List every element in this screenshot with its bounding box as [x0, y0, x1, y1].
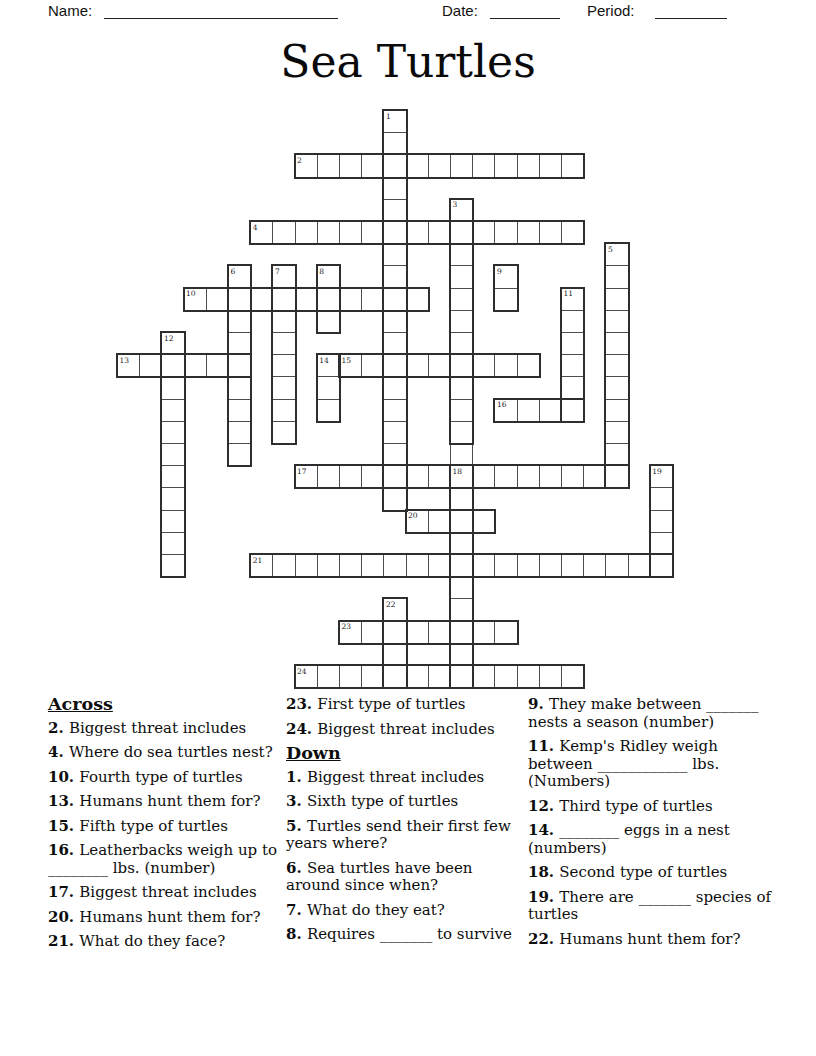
grid-cell[interactable] — [517, 354, 540, 377]
grid-cell[interactable] — [428, 665, 451, 688]
grid-cell[interactable] — [228, 399, 251, 422]
grid-cell[interactable] — [228, 443, 251, 466]
grid-cell[interactable] — [295, 665, 318, 688]
grid-cell[interactable] — [317, 288, 340, 311]
grid-cell[interactable] — [272, 376, 295, 399]
grid-cell[interactable] — [561, 221, 584, 244]
grid-cell[interactable] — [383, 598, 406, 621]
grid-cell[interactable] — [450, 199, 473, 222]
grid-cell[interactable] — [361, 354, 384, 377]
grid-cell[interactable] — [561, 554, 584, 577]
clue-item: 7. What do they eat? — [286, 902, 524, 920]
crossword-grid: 123456789101112131415161718192021222324 — [117, 110, 674, 689]
grid-cell[interactable] — [383, 376, 406, 399]
grid-cell[interactable] — [383, 221, 406, 244]
grid-cell[interactable] — [339, 621, 362, 644]
date-label: Date: — [442, 2, 478, 19]
period-blank-line — [655, 1, 727, 19]
period-label: Period: — [587, 2, 635, 19]
clue-item: 23. First type of turtles — [286, 696, 524, 714]
grid-cell[interactable] — [450, 399, 473, 422]
grid-cell[interactable] — [272, 554, 295, 577]
grid-cell[interactable] — [494, 221, 517, 244]
grid-cell[interactable] — [472, 665, 495, 688]
grid-cell[interactable] — [361, 621, 384, 644]
grid-cell[interactable] — [406, 154, 429, 177]
grid-cell[interactable] — [517, 154, 540, 177]
grid-cell[interactable] — [450, 421, 473, 444]
clue-item: 1. Biggest threat includes — [286, 769, 524, 787]
clue-item: 24. Biggest threat includes — [286, 721, 524, 739]
grid-cell[interactable] — [383, 554, 406, 577]
grid-cell[interactable] — [539, 399, 562, 422]
grid-cell[interactable] — [161, 376, 184, 399]
grid-cell[interactable] — [517, 554, 540, 577]
grid-cell[interactable] — [317, 265, 340, 288]
grid-cell[interactable] — [317, 376, 340, 399]
grid-cell[interactable] — [161, 510, 184, 533]
page-title: Sea Turtles — [0, 36, 816, 87]
grid-cell[interactable] — [450, 487, 473, 510]
grid-cell[interactable] — [361, 465, 384, 488]
grid-cell[interactable] — [494, 554, 517, 577]
grid-cell[interactable] — [428, 621, 451, 644]
grid-cell[interactable] — [383, 243, 406, 266]
grid-cell[interactable] — [605, 465, 628, 488]
grid-cell[interactable] — [339, 354, 362, 377]
grid-cell[interactable] — [472, 465, 495, 488]
clue-column-2: 23. First type of turtles24. Biggest thr… — [286, 696, 524, 951]
grid-cell[interactable] — [383, 265, 406, 288]
grid-cell[interactable] — [295, 554, 318, 577]
grid-cell[interactable] — [317, 154, 340, 177]
grid-cell[interactable] — [450, 576, 473, 599]
grid-cell[interactable] — [383, 132, 406, 155]
grid-cell[interactable] — [161, 532, 184, 555]
clue-item: 15. Fifth type of turtles — [48, 818, 280, 836]
grid-cell[interactable] — [450, 598, 473, 621]
grid-cell[interactable] — [428, 354, 451, 377]
grid-cell[interactable] — [539, 154, 562, 177]
down-header: Down — [286, 745, 524, 763]
grid-cell[interactable] — [605, 399, 628, 422]
grid-cell[interactable] — [272, 288, 295, 311]
grid-cell[interactable] — [339, 288, 362, 311]
grid-cell[interactable] — [561, 332, 584, 355]
grid-cell[interactable] — [383, 110, 406, 133]
grid-cell[interactable] — [472, 554, 495, 577]
grid-cell[interactable] — [228, 421, 251, 444]
grid-cell[interactable] — [605, 332, 628, 355]
grid-cell[interactable] — [317, 354, 340, 377]
grid-cell[interactable] — [472, 510, 495, 533]
grid-cell[interactable] — [383, 465, 406, 488]
grid-cell[interactable] — [361, 154, 384, 177]
grid-cell[interactable] — [650, 554, 673, 577]
grid-cell[interactable] — [450, 154, 473, 177]
clue-item: 10. Fourth type of turtles — [48, 769, 280, 787]
grid-cell[interactable] — [228, 265, 251, 288]
grid-cell[interactable] — [228, 288, 251, 311]
grid-cell[interactable] — [494, 265, 517, 288]
clue-item: 13. Humans hunt them for? — [48, 793, 280, 811]
grid-cell[interactable] — [605, 421, 628, 444]
name-label: Name: — [48, 2, 92, 19]
grid-cell[interactable] — [650, 487, 673, 510]
grid-cell[interactable] — [406, 465, 429, 488]
grid-cell[interactable] — [450, 310, 473, 333]
grid-cell[interactable] — [406, 554, 429, 577]
clue-item: 12. Third type of turtles — [528, 798, 772, 816]
grid-cell[interactable] — [539, 554, 562, 577]
grid-cell[interactable] — [605, 265, 628, 288]
grid-cell[interactable] — [272, 265, 295, 288]
grid-cell[interactable] — [228, 376, 251, 399]
grid-cell[interactable] — [184, 288, 207, 311]
grid-cell[interactable] — [139, 354, 162, 377]
clue-item: 17. Biggest threat includes — [48, 884, 280, 902]
grid-cell[interactable] — [605, 310, 628, 333]
grid-cell[interactable] — [650, 532, 673, 555]
grid-cell[interactable] — [383, 487, 406, 510]
grid-cell[interactable] — [494, 665, 517, 688]
clue-item: 8. Requires _______ to survive — [286, 926, 524, 944]
grid-cell[interactable] — [361, 288, 384, 311]
grid-cell[interactable] — [317, 665, 340, 688]
grid-cell[interactable] — [450, 221, 473, 244]
grid-cell[interactable] — [339, 221, 362, 244]
grid-cell[interactable] — [450, 643, 473, 666]
grid-cell[interactable] — [206, 288, 229, 311]
grid-cell[interactable] — [406, 288, 429, 311]
grid-cell[interactable] — [339, 554, 362, 577]
grid-cell[interactable] — [317, 310, 340, 333]
grid-cell[interactable] — [295, 154, 318, 177]
grid-cell[interactable] — [383, 177, 406, 200]
grid-cell[interactable] — [383, 399, 406, 422]
grid-cell[interactable] — [383, 154, 406, 177]
clue-item: 21. What do they face? — [48, 933, 280, 951]
grid-cell[interactable] — [517, 465, 540, 488]
grid-cell[interactable] — [206, 354, 229, 377]
grid-cell[interactable] — [361, 221, 384, 244]
grid-cell[interactable] — [406, 510, 429, 533]
grid-cell[interactable] — [583, 554, 606, 577]
grid-cell[interactable] — [250, 554, 273, 577]
grid-cell[interactable] — [250, 221, 273, 244]
grid-cell[interactable] — [272, 310, 295, 333]
grid-cell[interactable] — [383, 288, 406, 311]
grid-cell[interactable] — [161, 487, 184, 510]
grid-cell[interactable] — [450, 332, 473, 355]
grid-cell[interactable] — [428, 554, 451, 577]
grid-cell[interactable] — [450, 354, 473, 377]
grid-cell[interactable] — [605, 376, 628, 399]
grid-cell[interactable] — [450, 243, 473, 266]
grid-cell[interactable] — [317, 465, 340, 488]
grid-cell[interactable] — [450, 554, 473, 577]
grid-cell[interactable] — [383, 621, 406, 644]
grid-cell[interactable] — [561, 154, 584, 177]
grid-cell[interactable] — [450, 465, 473, 488]
grid-cell[interactable] — [228, 332, 251, 355]
grid-cell[interactable] — [406, 354, 429, 377]
grid-cell[interactable] — [383, 310, 406, 333]
grid-cell[interactable] — [561, 376, 584, 399]
grid-cell[interactable] — [472, 154, 495, 177]
grid-cell[interactable] — [472, 221, 495, 244]
grid-cell[interactable] — [161, 421, 184, 444]
grid-cell[interactable] — [295, 465, 318, 488]
grid-cell[interactable] — [383, 332, 406, 355]
grid-cell[interactable] — [494, 465, 517, 488]
clue-item: 20. Humans hunt them for? — [48, 909, 280, 927]
grid-cell[interactable] — [494, 154, 517, 177]
grid-cell[interactable] — [450, 443, 473, 466]
grid-cell[interactable] — [317, 221, 340, 244]
grid-cell[interactable] — [428, 465, 451, 488]
grid-cell[interactable] — [450, 510, 473, 533]
grid-cell[interactable] — [272, 221, 295, 244]
grid-cell[interactable] — [583, 465, 606, 488]
grid-cell[interactable] — [561, 399, 584, 422]
clue-item: 6. Sea turtles have been around since wh… — [286, 860, 524, 895]
grid-cell[interactable] — [561, 465, 584, 488]
grid-cell[interactable] — [472, 354, 495, 377]
grid-cell[interactable] — [450, 532, 473, 555]
grid-cell[interactable] — [317, 399, 340, 422]
grid-cell[interactable] — [406, 665, 429, 688]
grid-cell[interactable] — [450, 265, 473, 288]
date-blank-line — [490, 1, 560, 19]
grid-cell[interactable] — [339, 665, 362, 688]
grid-cell[interactable] — [161, 554, 184, 577]
grid-cell[interactable] — [494, 354, 517, 377]
grid-cell[interactable] — [539, 665, 562, 688]
worksheet-page: Name: Date: Period: Sea Turtles 12345678… — [0, 0, 816, 1056]
grid-cell[interactable] — [650, 510, 673, 533]
grid-cell[interactable] — [383, 665, 406, 688]
grid-cell[interactable] — [406, 621, 429, 644]
grid-cell[interactable] — [383, 643, 406, 666]
grid-cell[interactable] — [161, 332, 184, 355]
grid-cell[interactable] — [339, 154, 362, 177]
grid-cell[interactable] — [161, 354, 184, 377]
clue-item: 22. Humans hunt them for? — [528, 931, 772, 949]
grid-cell[interactable] — [561, 310, 584, 333]
clue-item: 16. Leatherbacks weigh up to ________ lb… — [48, 842, 280, 877]
across-header: Across — [48, 696, 280, 714]
grid-cell[interactable] — [628, 554, 651, 577]
grid-cell[interactable] — [295, 288, 318, 311]
grid-cell[interactable] — [561, 665, 584, 688]
grid-cell[interactable] — [605, 554, 628, 577]
grid-cell[interactable] — [494, 288, 517, 311]
grid-cell[interactable] — [383, 199, 406, 222]
grid-cell[interactable] — [339, 465, 362, 488]
grid-cell[interactable] — [383, 421, 406, 444]
grid-cell[interactable] — [117, 354, 140, 377]
grid-cell[interactable] — [383, 354, 406, 377]
clue-column-3: 9. They make between _______ nests a sea… — [528, 696, 772, 955]
clue-column-1: Across2. Biggest threat includes4. Where… — [48, 696, 280, 958]
grid-cell[interactable] — [428, 221, 451, 244]
clue-item: 9. They make between _______ nests a sea… — [528, 696, 772, 731]
grid-cell[interactable] — [428, 510, 451, 533]
grid-cell[interactable] — [383, 443, 406, 466]
clue-item: 11. Kemp's Ridley weigh between ________… — [528, 738, 772, 791]
grid-cell[interactable] — [494, 621, 517, 644]
grid-cell[interactable] — [561, 288, 584, 311]
grid-cell[interactable] — [450, 376, 473, 399]
grid-cell[interactable] — [272, 332, 295, 355]
grid-cell[interactable] — [539, 465, 562, 488]
grid-cell[interactable] — [450, 621, 473, 644]
grid-cell[interactable] — [250, 288, 273, 311]
clue-item: 18. Second type of turtles — [528, 864, 772, 882]
grid-cell[interactable] — [161, 399, 184, 422]
grid-cell[interactable] — [517, 665, 540, 688]
grid-cell[interactable] — [228, 354, 251, 377]
grid-cell[interactable] — [272, 399, 295, 422]
grid-cell[interactable] — [228, 310, 251, 333]
grid-cell[interactable] — [517, 399, 540, 422]
clue-item: 5. Turtles send their first few years wh… — [286, 818, 524, 853]
grid-cell[interactable] — [605, 243, 628, 266]
grid-cell[interactable] — [517, 221, 540, 244]
grid-cell[interactable] — [561, 354, 584, 377]
grid-cell[interactable] — [605, 288, 628, 311]
clue-item: 2. Biggest threat includes — [48, 720, 280, 738]
grid-cell[interactable] — [161, 465, 184, 488]
clue-item: 14. ________ eggs in a nest (numbers) — [528, 822, 772, 857]
grid-cell[interactable] — [272, 421, 295, 444]
grid-cell[interactable] — [184, 354, 207, 377]
grid-cell[interactable] — [295, 221, 318, 244]
grid-cell[interactable] — [450, 288, 473, 311]
clue-item: 3. Sixth type of turtles — [286, 793, 524, 811]
grid-cell[interactable] — [605, 354, 628, 377]
clue-item: 19. There are _______ species of turtles — [528, 889, 772, 924]
grid-cell[interactable] — [317, 554, 340, 577]
grid-cell[interactable] — [361, 665, 384, 688]
grid-cell[interactable] — [406, 221, 429, 244]
grid-cell[interactable] — [161, 443, 184, 466]
grid-cell[interactable] — [361, 554, 384, 577]
name-blank-line — [104, 1, 338, 19]
grid-cell[interactable] — [605, 443, 628, 466]
grid-cell[interactable] — [450, 665, 473, 688]
grid-cell[interactable] — [428, 154, 451, 177]
clue-item: 4. Where do sea turtles nest? — [48, 744, 280, 762]
grid-cell[interactable] — [539, 221, 562, 244]
grid-cell[interactable] — [472, 621, 495, 644]
grid-cell[interactable] — [650, 465, 673, 488]
grid-cell[interactable] — [494, 399, 517, 422]
